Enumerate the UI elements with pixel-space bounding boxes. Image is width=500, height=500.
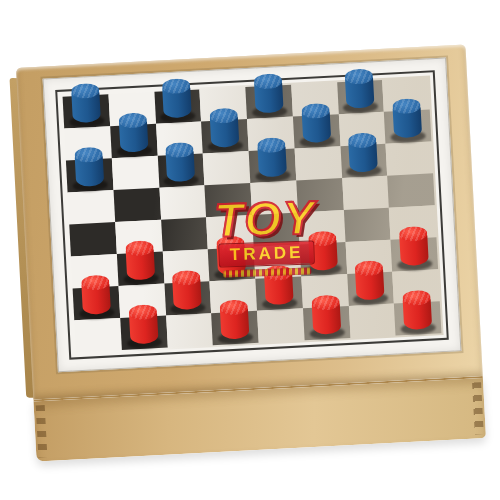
square-r3c1[interactable] xyxy=(66,158,113,192)
square-r4c8[interactable] xyxy=(387,173,434,207)
square-r4c6[interactable] xyxy=(296,178,343,212)
square-r2c8[interactable] xyxy=(384,109,431,143)
board-grid xyxy=(63,77,442,352)
square-r6c6[interactable] xyxy=(299,242,346,276)
product-photo-scene: TOY TRADE xyxy=(0,0,500,500)
square-r8c7[interactable] xyxy=(348,304,395,338)
checker-piece-red[interactable] xyxy=(308,231,338,273)
checker-piece-blue[interactable] xyxy=(162,78,192,120)
checker-piece-blue[interactable] xyxy=(71,83,101,125)
square-r8c2[interactable] xyxy=(120,316,167,350)
checker-piece-blue[interactable] xyxy=(301,103,331,145)
square-r4c4[interactable] xyxy=(205,183,252,217)
square-r5c3[interactable] xyxy=(161,217,208,251)
square-r8c6[interactable] xyxy=(303,306,350,340)
checker-piece-red[interactable] xyxy=(81,274,111,316)
square-r6c4[interactable] xyxy=(208,247,255,281)
checker-piece-red[interactable] xyxy=(128,304,158,346)
checker-piece-red[interactable] xyxy=(399,226,429,268)
wooden-box xyxy=(16,44,486,461)
square-r2c6[interactable] xyxy=(293,114,340,148)
box-top-face xyxy=(16,44,483,399)
square-r3c2[interactable] xyxy=(112,156,159,190)
square-r3c3[interactable] xyxy=(157,153,204,187)
checker-piece-blue[interactable] xyxy=(345,68,375,110)
square-r3c5[interactable] xyxy=(249,149,296,183)
square-r7c5[interactable] xyxy=(255,276,302,310)
square-r3c7[interactable] xyxy=(340,144,387,178)
checker-piece-blue[interactable] xyxy=(348,132,378,174)
square-r5c7[interactable] xyxy=(343,208,390,242)
square-r3c6[interactable] xyxy=(294,146,341,180)
square-r2c4[interactable] xyxy=(201,119,248,153)
checker-piece-blue[interactable] xyxy=(392,98,422,140)
square-r2c2[interactable] xyxy=(110,124,157,158)
square-r4c7[interactable] xyxy=(342,176,389,210)
checker-piece-red[interactable] xyxy=(402,290,432,332)
square-r4c1[interactable] xyxy=(68,190,115,224)
checker-piece-red[interactable] xyxy=(172,270,202,312)
square-r1c7[interactable] xyxy=(337,80,384,114)
checker-piece-blue[interactable] xyxy=(166,142,196,184)
square-r7c3[interactable] xyxy=(164,281,211,315)
square-r7c7[interactable] xyxy=(347,272,394,306)
square-r1c5[interactable] xyxy=(245,85,292,119)
square-r6c8[interactable] xyxy=(391,237,438,271)
square-r4c3[interactable] xyxy=(159,185,206,219)
square-r6c2[interactable] xyxy=(117,252,164,286)
checker-piece-red[interactable] xyxy=(125,240,155,282)
checker-piece-red[interactable] xyxy=(355,260,385,302)
checker-piece-blue[interactable] xyxy=(118,112,148,154)
square-r1c1[interactable] xyxy=(63,94,110,128)
checker-piece-red[interactable] xyxy=(216,235,246,277)
board-border-line xyxy=(55,70,449,360)
square-r8c4[interactable] xyxy=(211,311,258,345)
finger-joints-left xyxy=(36,405,48,457)
square-r8c1[interactable] xyxy=(74,318,121,352)
square-r1c3[interactable] xyxy=(154,89,201,123)
square-r8c8[interactable] xyxy=(394,301,441,335)
square-r8c5[interactable] xyxy=(257,308,304,342)
checker-piece-red[interactable] xyxy=(264,265,294,307)
square-r3c4[interactable] xyxy=(203,151,250,185)
checker-piece-red[interactable] xyxy=(220,299,250,341)
square-r4c5[interactable] xyxy=(250,181,297,215)
checker-piece-blue[interactable] xyxy=(210,108,240,150)
square-r8c3[interactable] xyxy=(166,313,213,347)
square-r4c2[interactable] xyxy=(113,188,160,222)
checker-piece-blue[interactable] xyxy=(254,73,284,115)
checker-piece-blue[interactable] xyxy=(74,147,104,189)
square-r3c8[interactable] xyxy=(386,141,433,175)
square-r7c1[interactable] xyxy=(73,286,120,320)
checker-piece-blue[interactable] xyxy=(257,137,287,179)
checker-piece-red[interactable] xyxy=(311,294,341,336)
finger-joints-right xyxy=(472,382,484,434)
square-r5c1[interactable] xyxy=(69,222,116,256)
square-r5c5[interactable] xyxy=(252,213,299,247)
game-board xyxy=(43,58,462,373)
